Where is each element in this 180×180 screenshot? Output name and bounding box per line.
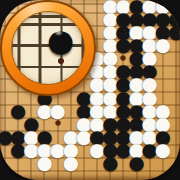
white-stone: ● [115,0,131,13]
white-stone: ● [142,36,158,52]
black-stone: ● [129,36,145,52]
black-stone: ● [142,142,158,158]
stone-gloss-highlight [54,30,63,36]
black-stone: ● [102,155,118,171]
black-stone: ● [168,10,180,26]
black-stone: ● [115,63,131,79]
white-stone: ● [129,129,145,145]
white-stone: ● [76,115,92,131]
black-stone: ● [129,50,145,66]
white-stone: ● [36,102,52,118]
white-stone: ● [142,89,158,105]
white-stone: ● [142,115,158,131]
white-stone: ● [155,115,171,131]
white-stone: ● [102,36,118,52]
black-stone: ● [168,23,180,39]
black-stone: ● [115,10,131,26]
black-stone: ● [102,129,118,145]
white-stone: ● [63,129,79,145]
star-point [55,121,60,126]
black-stone: ● [142,10,158,26]
white-stone: ● [63,142,79,158]
white-stone: ● [102,0,118,13]
white-stone: ● [102,102,118,118]
black-stone: ● [76,102,92,118]
black-stone: ● [0,129,13,145]
white-stone: ● [63,155,79,171]
white-stone: ● [50,102,66,118]
black-stone: ● [115,102,131,118]
black-stone: ● [129,102,145,118]
white-stone: ● [142,102,158,118]
black-stone: ● [155,10,171,26]
black-stone: ● [10,142,26,158]
app-icon[interactable]: ●●●●●●●●●●●●●●●●●●●●●●●●●●●●●●●●●●●●●●●●… [0,0,180,180]
white-stone: ● [50,142,66,158]
magnified-star-point [58,58,64,64]
white-stone: ● [89,89,105,105]
white-stone: ● [102,10,118,26]
black-stone: ● [155,23,171,39]
black-stone: ● [129,0,145,13]
white-stone: ● [129,76,145,92]
white-stone: ● [129,23,145,39]
black-stone: ● [142,63,158,79]
white-stone: ● [155,0,171,13]
white-stone: ● [102,76,118,92]
black-stone: ● [76,89,92,105]
magnifier-lens: ● [0,0,96,96]
black-stone: ● [115,129,131,145]
white-stone: ● [142,50,158,66]
black-stone: ● [115,89,131,105]
white-stone: ● [102,89,118,105]
white-stone: ● [155,36,171,52]
black-stone: ● [10,102,26,118]
white-stone: ● [102,63,118,79]
white-stone: ● [23,129,39,145]
white-stone: ● [129,142,145,158]
black-stone: ● [115,115,131,131]
black-stone: ● [155,129,171,145]
magnifier-board-view: ● [11,11,85,85]
white-stone: ● [142,23,158,39]
white-stone: ● [142,76,158,92]
black-stone: ● [36,129,52,145]
black-stone: ● [115,142,131,158]
black-stone: ● [115,76,131,92]
white-stone: ● [129,89,145,105]
black-stone: ● [10,129,26,145]
black-stone: ● [129,155,145,171]
black-stone: ● [89,129,105,145]
white-stone: ● [23,142,39,158]
black-stone: ● [115,23,131,39]
white-stone: ● [155,142,171,158]
white-stone: ● [155,102,171,118]
white-stone: ● [102,50,118,66]
white-stone: ● [89,142,105,158]
black-stone: ● [102,115,118,131]
white-stone: ● [36,155,52,171]
white-stone: ● [102,23,118,39]
black-stone: ● [129,63,145,79]
white-stone: ● [89,76,105,92]
black-stone: ● [23,115,39,131]
black-stone: ● [115,36,131,52]
black-stone: ● [129,115,145,131]
white-stone: ● [89,102,105,118]
white-stone: ● [142,0,158,13]
star-point [121,55,126,60]
white-stone: ● [36,142,52,158]
white-stone: ● [142,129,158,145]
black-stone: ● [129,10,145,26]
white-stone: ● [89,115,105,131]
black-stone: ● [102,142,118,158]
white-stone: ● [76,129,92,145]
